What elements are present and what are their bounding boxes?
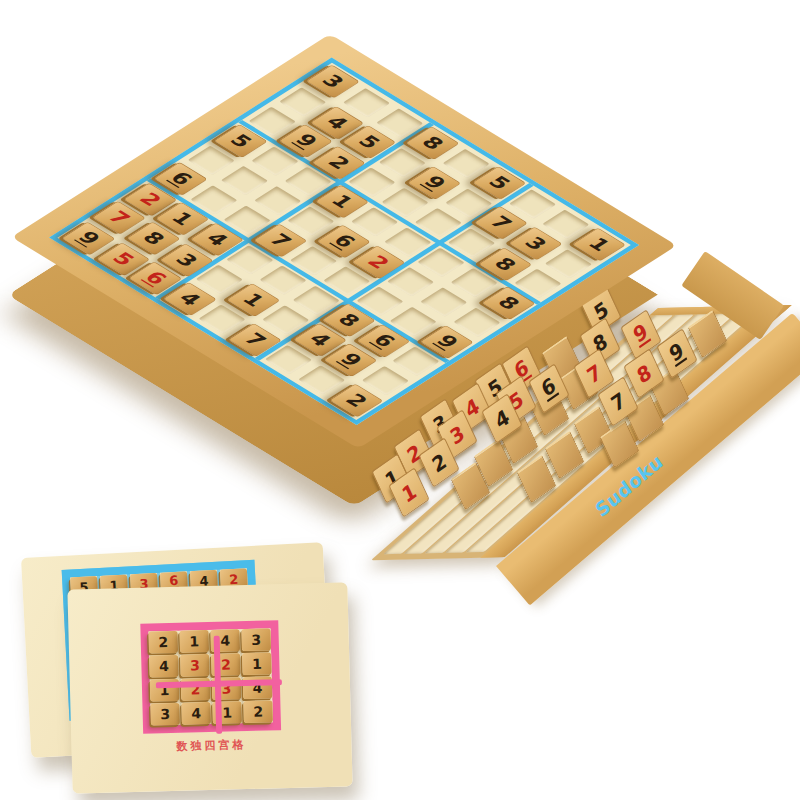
digit-4: 4 [191,706,201,720]
digit-1: 1 [189,634,199,648]
digit-5: 5 [484,174,514,193]
digit-1: 1 [252,657,262,671]
digit-9: 9 [419,174,449,193]
digit-8: 8 [634,360,654,386]
mini4-cell-r4c2[interactable]: 4 [181,702,211,725]
mini4-cell-r2c1[interactable]: 4 [149,655,179,678]
digit-8: 8 [490,255,520,274]
digit-1: 1 [584,235,614,254]
digit-9: 9 [335,351,365,370]
digit-4: 4 [492,405,512,431]
mini4-tile-4-r2c1[interactable]: 4 [149,655,179,678]
mini4-cell-r1c4[interactable]: 3 [241,628,271,651]
mini4-tile-3-r2c2[interactable]: 3 [180,654,210,677]
digit-1: 1 [222,705,232,719]
digit-2: 2 [135,190,165,209]
digit-8: 8 [139,229,169,248]
digit-8: 8 [418,134,448,153]
digit-7: 7 [608,388,628,414]
digit-9: 9 [432,333,462,352]
digit-4: 4 [220,633,230,647]
digit-1: 1 [399,479,419,505]
digit-2: 2 [158,635,168,649]
digit-7: 7 [584,360,604,386]
mini4-cell-r1c1[interactable]: 2 [149,631,179,654]
digit-4: 4 [202,230,232,249]
digit-3: 3 [190,658,200,672]
digit-9: 9 [291,132,321,151]
digit-8: 8 [334,311,364,330]
digit-5: 5 [354,133,384,152]
digit-7: 7 [104,208,134,227]
digit-3: 3 [172,251,202,270]
mini4-tile-1-r2c4[interactable]: 1 [242,652,272,675]
digit-1: 1 [167,209,197,228]
digit-2: 2 [253,705,263,719]
mini4-tile-4-r4c2[interactable]: 4 [181,702,211,725]
digit-1: 1 [327,192,357,211]
digit-2: 2 [324,153,354,172]
digit-6: 6 [166,169,196,188]
mini4-tile-2-r1c1[interactable]: 2 [149,631,179,654]
digit-5: 5 [226,132,256,151]
digit-4: 4 [159,659,169,673]
digit-9: 9 [631,321,651,348]
digit-4: 4 [305,331,335,350]
digit-4: 4 [322,114,352,133]
digit-9: 9 [667,340,687,367]
digit-9: 9 [74,229,104,248]
chinese-caption: 数独四宫格 [71,734,351,756]
mini4-tile-2-r4c4[interactable]: 2 [243,700,273,723]
digit-2: 2 [429,449,449,475]
digit-6: 6 [140,269,170,288]
mini4-cell-r4c1[interactable]: 3 [150,703,180,726]
digit-3: 3 [251,633,261,647]
digit-3: 3 [318,72,348,91]
digit-7: 7 [240,331,270,350]
digit-6: 6 [539,375,559,402]
digit-3: 3 [160,707,170,721]
digit-7: 7 [265,231,295,250]
mini4-cell-r2c4[interactable]: 1 [242,652,272,675]
digit-6: 6 [329,232,359,251]
digit-3: 3 [447,421,467,447]
digit-5: 5 [108,250,138,269]
digit-4: 4 [175,290,205,309]
digit-2: 2 [221,657,231,671]
product-photo-scene: Sudoku 5989678655744332211 3851459739285… [0,0,800,800]
mini4-tile-1-r1c2[interactable]: 1 [179,630,209,653]
digit-2: 2 [341,391,371,410]
digit-3: 3 [521,234,551,253]
mini4-cell-r4c4[interactable]: 2 [243,700,273,723]
mini4-tile-3-r4c1[interactable]: 3 [150,703,180,726]
digit-6: 6 [368,332,398,351]
mini-board-4x4: 2143432112343412 数独四宫格 [67,582,352,793]
mini4-tile-3-r1c4[interactable]: 3 [241,628,271,651]
mini-4x4-grid: 2143432112343412 [140,620,281,734]
mini4-cell-r1c2[interactable]: 1 [179,630,209,653]
digit-7: 7 [486,213,516,232]
digit-1: 1 [238,291,268,310]
drawer-tile-9-red[interactable]: 9 [620,309,661,360]
digit-2: 2 [229,572,239,585]
digit-2: 2 [364,253,394,272]
digit-8: 8 [494,294,524,313]
mini4-cell-r2c2[interactable]: 3 [180,654,210,677]
